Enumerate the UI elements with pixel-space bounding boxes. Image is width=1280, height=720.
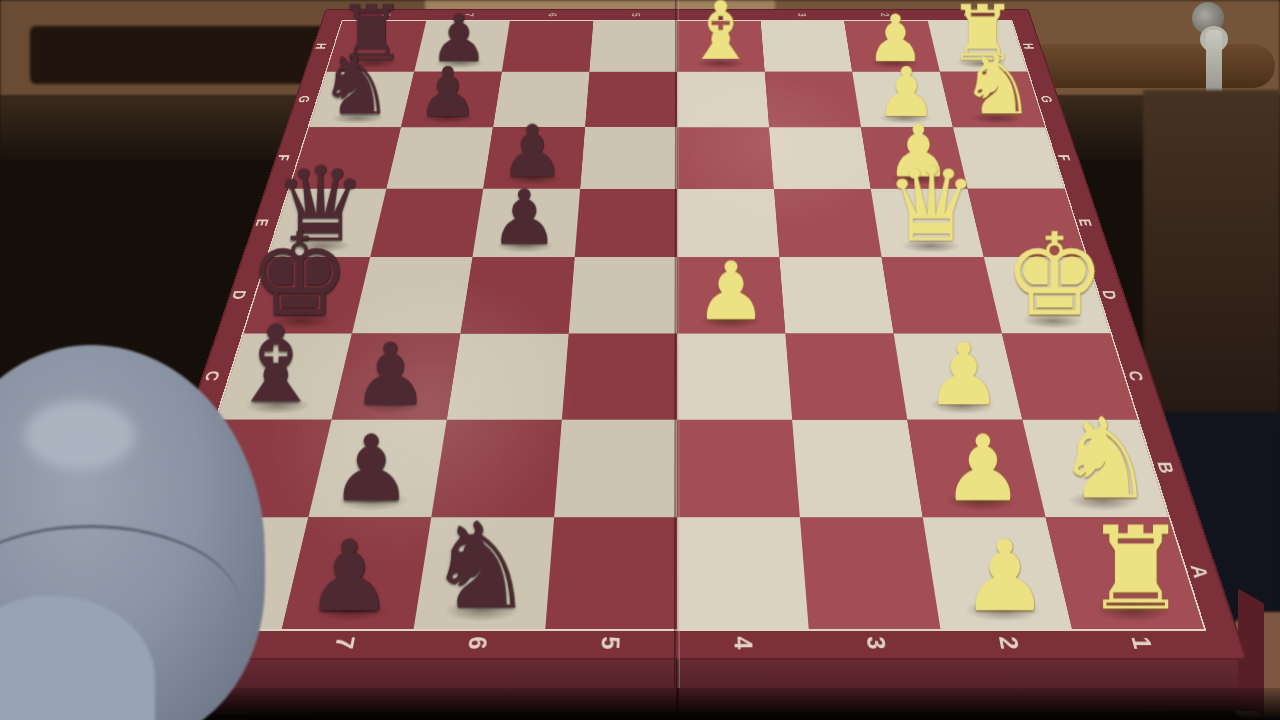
square-d2 xyxy=(882,257,1002,333)
square-c2: ♟ xyxy=(894,334,1023,420)
rank-label-far-8: 8 xyxy=(379,13,393,17)
square-a7: ♟ xyxy=(282,517,431,629)
square-e5 xyxy=(575,189,677,257)
square-b2: ♟ xyxy=(907,420,1045,518)
rank-label-far-7: 7 xyxy=(462,13,476,17)
file-label-right-G: G xyxy=(1036,96,1056,103)
file-label-right-E: E xyxy=(1074,219,1096,226)
white-pawn-c2: ♟ xyxy=(925,332,1002,418)
square-h6 xyxy=(502,21,594,72)
white-pawn-d4: ♟ xyxy=(695,251,767,332)
file-label-left-F: F xyxy=(273,155,293,161)
white-knight-g1: ♞ xyxy=(961,43,1036,126)
rank-label-far-2: 2 xyxy=(877,13,891,17)
square-a2: ♟ xyxy=(923,517,1072,629)
square-e6: ♟ xyxy=(472,189,580,257)
rank-label-far-5: 5 xyxy=(628,13,641,17)
white-pawn-b2: ♟ xyxy=(942,423,1024,514)
rank-label-near-5: 5 xyxy=(594,636,625,649)
black-bishop-c8: ♝ xyxy=(228,312,323,418)
square-e2: ♛ xyxy=(871,189,984,257)
square-d3 xyxy=(779,257,893,333)
file-label-right-C: C xyxy=(1123,371,1148,381)
file-label-right-H: H xyxy=(1019,43,1038,49)
white-knight-b1: ♞ xyxy=(1055,403,1155,514)
square-c7: ♟ xyxy=(332,334,461,420)
file-label-right-A: A xyxy=(1185,565,1214,578)
black-pawn-e6: ♟ xyxy=(490,180,558,256)
square-b3 xyxy=(792,420,923,518)
square-a3 xyxy=(800,517,941,629)
rank-label-near-4: 4 xyxy=(727,636,758,649)
square-c5 xyxy=(562,334,677,420)
black-pawn-c7: ♟ xyxy=(352,332,429,418)
black-knight-a6: ♞ xyxy=(427,506,534,625)
square-f5 xyxy=(580,127,677,188)
board-scene: ♜♟♝♟♜♞♟♟♞♟♟♛♟♛♚♟♚♝♟♟♟♟♞♜♟♞♟♜ 88776655443… xyxy=(104,80,1250,720)
white-king-d1: ♚ xyxy=(1003,218,1105,332)
square-h4: ♝ xyxy=(677,21,765,72)
file-label-left-H: H xyxy=(311,43,330,49)
black-pawn-a7: ♟ xyxy=(305,528,393,626)
square-g4 xyxy=(677,72,769,128)
square-h5 xyxy=(589,21,677,72)
square-d7 xyxy=(352,257,472,333)
rank-label-near-3: 3 xyxy=(859,636,891,649)
rank-label-near-6: 6 xyxy=(461,636,493,649)
file-label-left-D: D xyxy=(227,290,250,299)
file-label-left-C: C xyxy=(199,371,224,381)
rank-label-far-6: 6 xyxy=(545,13,558,17)
square-f4 xyxy=(677,127,774,188)
square-f7 xyxy=(386,127,493,188)
square-a4 xyxy=(677,517,809,629)
square-g8: ♞ xyxy=(309,72,414,128)
square-e3 xyxy=(774,189,882,257)
rank-label-far-4: 4 xyxy=(711,13,724,17)
square-c4 xyxy=(677,334,792,420)
black-pawn-b7: ♟ xyxy=(330,423,412,514)
rank-label-far-3: 3 xyxy=(794,13,807,17)
black-pawn-g7: ♟ xyxy=(417,58,478,126)
square-d1: ♚ xyxy=(984,257,1110,333)
square-g1: ♞ xyxy=(940,72,1045,128)
black-knight-g8: ♞ xyxy=(319,43,394,126)
file-label-right-F: F xyxy=(1053,155,1073,161)
square-d5 xyxy=(569,257,677,333)
file-label-right-D: D xyxy=(1097,290,1120,299)
rank-label-near-2: 2 xyxy=(992,636,1025,649)
file-label-left-G: G xyxy=(294,96,314,103)
white-bishop-h4: ♝ xyxy=(684,0,756,71)
square-g5 xyxy=(585,72,677,128)
white-pawn-a2: ♟ xyxy=(961,528,1049,626)
square-g3 xyxy=(765,72,861,128)
square-e7 xyxy=(370,189,483,257)
square-a5 xyxy=(545,517,677,629)
square-c3 xyxy=(785,334,907,420)
square-a6: ♞ xyxy=(414,517,555,629)
square-a1: ♜ xyxy=(1046,517,1204,629)
square-b5 xyxy=(554,420,677,518)
denim-worn-patch xyxy=(25,400,135,470)
chess-board: ♜♟♝♟♜♞♟♟♞♟♟♛♟♛♚♟♚♝♟♟♟♟♞♜♟♞♟♜ 88776655443… xyxy=(109,10,1245,658)
file-label-right-B: B xyxy=(1152,462,1179,474)
rank-label-near-7: 7 xyxy=(328,636,361,649)
square-h3 xyxy=(761,21,853,72)
rank-label-near-1: 1 xyxy=(1124,636,1158,649)
square-f3 xyxy=(769,127,871,188)
rank-label-far-1: 1 xyxy=(960,13,974,17)
square-c6 xyxy=(447,334,569,420)
square-c8: ♝ xyxy=(216,334,352,420)
square-d4: ♟ xyxy=(677,257,785,333)
square-d6 xyxy=(460,257,574,333)
square-g7: ♟ xyxy=(401,72,502,128)
square-b4 xyxy=(677,420,800,518)
workbench-scene: ♜♟♝♟♜♞♟♟♞♟♟♛♟♛♚♟♚♝♟♟♟♟♞♜♟♞♟♜ 88776655443… xyxy=(0,0,1280,720)
white-rook-a1: ♜ xyxy=(1084,510,1187,625)
file-label-left-E: E xyxy=(251,219,273,226)
white-queen-e2: ♛ xyxy=(885,153,978,256)
